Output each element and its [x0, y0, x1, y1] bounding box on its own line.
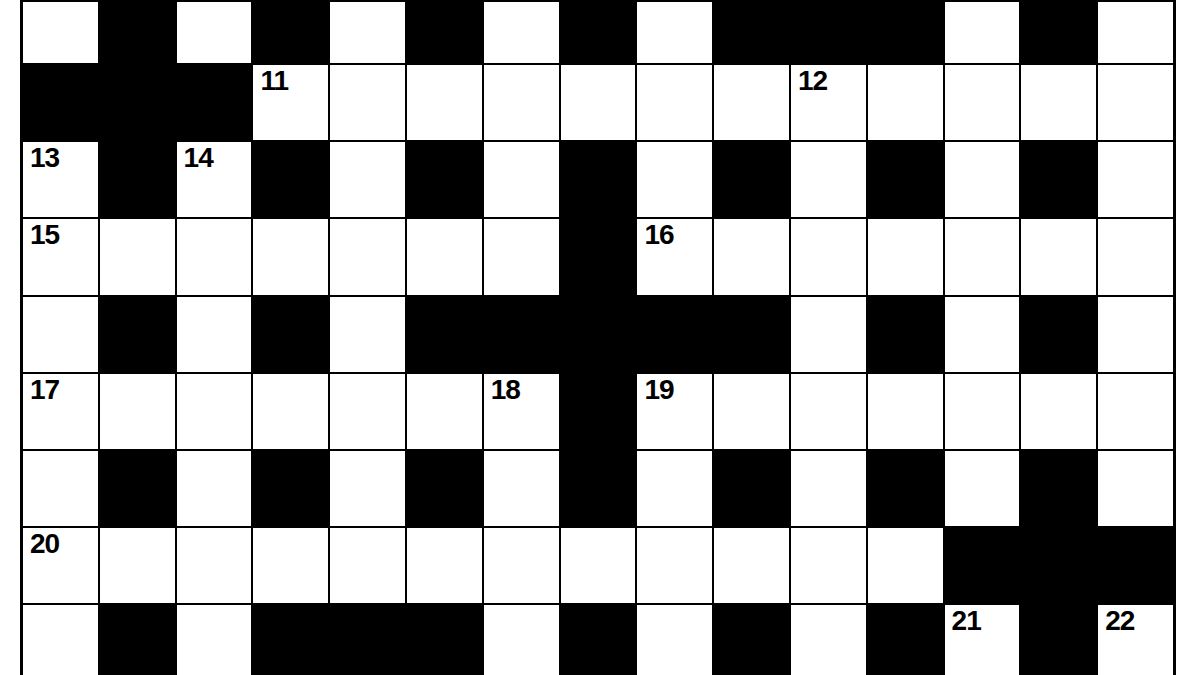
cell-r9c13[interactable]: 21 — [945, 605, 1020, 675]
cell-r9c11[interactable] — [791, 605, 866, 675]
cell-r2c8[interactable] — [561, 65, 636, 140]
cell-r4c7[interactable] — [484, 219, 559, 294]
cell-r7c9[interactable] — [637, 451, 712, 526]
clue-number-19: 19 — [644, 376, 673, 404]
black-cell-r1c8 — [561, 2, 636, 63]
black-cell-r9c10 — [714, 605, 789, 675]
black-cell-r2c2 — [100, 65, 175, 140]
black-cell-r5c9 — [637, 297, 712, 372]
page: 111213141516171819202122 — [0, 0, 1200, 675]
cell-r7c15[interactable] — [1098, 451, 1173, 526]
cell-r2c13[interactable] — [945, 65, 1020, 140]
cell-r9c15[interactable]: 22 — [1098, 605, 1173, 675]
black-cell-r7c4 — [253, 451, 328, 526]
black-cell-r1c11 — [791, 2, 866, 63]
black-cell-r2c1 — [23, 65, 98, 140]
black-cell-r1c10 — [714, 2, 789, 63]
cell-r4c4[interactable] — [253, 219, 328, 294]
black-cell-r9c8 — [561, 605, 636, 675]
cell-r7c5[interactable] — [330, 451, 405, 526]
cell-r7c11[interactable] — [791, 451, 866, 526]
cell-r6c3[interactable] — [177, 374, 252, 449]
black-cell-r6c8 — [561, 374, 636, 449]
cell-r6c6[interactable] — [407, 374, 482, 449]
cell-r6c12[interactable] — [868, 374, 943, 449]
cell-r6c5[interactable] — [330, 374, 405, 449]
cell-r1c15[interactable] — [1098, 2, 1173, 63]
cell-r1c7[interactable] — [484, 2, 559, 63]
cell-r8c2[interactable] — [100, 528, 175, 603]
clue-number-18: 18 — [491, 376, 520, 404]
black-cell-r9c4 — [253, 605, 328, 675]
black-cell-r5c4 — [253, 297, 328, 372]
black-cell-r1c14 — [1021, 2, 1096, 63]
black-cell-r8c15 — [1098, 528, 1173, 603]
black-cell-r1c6 — [407, 2, 482, 63]
cell-r2c12[interactable] — [868, 65, 943, 140]
black-cell-r5c2 — [100, 297, 175, 372]
cell-r2c6[interactable] — [407, 65, 482, 140]
cell-r8c3[interactable] — [177, 528, 252, 603]
black-cell-r1c2 — [100, 2, 175, 63]
cell-r9c3[interactable] — [177, 605, 252, 675]
black-cell-r7c6 — [407, 451, 482, 526]
cell-r6c4[interactable] — [253, 374, 328, 449]
black-cell-r7c2 — [100, 451, 175, 526]
cell-r4c2[interactable] — [100, 219, 175, 294]
cell-r3c5[interactable] — [330, 142, 405, 217]
crossword-grid: 111213141516171819202122 — [20, 0, 1176, 675]
cell-r8c11[interactable] — [791, 528, 866, 603]
black-cell-r5c7 — [484, 297, 559, 372]
cell-r2c15[interactable] — [1098, 65, 1173, 140]
cell-r4c14[interactable] — [1021, 219, 1096, 294]
cell-r9c1[interactable] — [23, 605, 98, 675]
cell-r8c8[interactable] — [561, 528, 636, 603]
cell-r2c9[interactable] — [637, 65, 712, 140]
black-cell-r7c14 — [1021, 451, 1096, 526]
cell-r5c3[interactable] — [177, 297, 252, 372]
cell-r2c7[interactable] — [484, 65, 559, 140]
cell-r2c11[interactable]: 12 — [791, 65, 866, 140]
black-cell-r5c8 — [561, 297, 636, 372]
black-cell-r3c10 — [714, 142, 789, 217]
cell-r5c5[interactable] — [330, 297, 405, 372]
clue-number-11: 11 — [260, 67, 288, 95]
cell-r4c6[interactable] — [407, 219, 482, 294]
black-cell-r8c13 — [945, 528, 1020, 603]
clue-number-15: 15 — [30, 221, 59, 249]
cell-r6c7[interactable]: 18 — [484, 374, 559, 449]
cell-r5c15[interactable] — [1098, 297, 1173, 372]
cell-r4c12[interactable] — [868, 219, 943, 294]
clue-number-17: 17 — [30, 376, 59, 404]
black-cell-r5c12 — [868, 297, 943, 372]
cell-r9c9[interactable] — [637, 605, 712, 675]
black-cell-r2c3 — [177, 65, 252, 140]
black-cell-r9c14 — [1021, 605, 1096, 675]
cell-r6c2[interactable] — [100, 374, 175, 449]
cell-r3c1[interactable]: 13 — [23, 142, 98, 217]
clue-number-16: 16 — [644, 221, 673, 249]
black-cell-r5c10 — [714, 297, 789, 372]
black-cell-r7c12 — [868, 451, 943, 526]
cell-r4c15[interactable] — [1098, 219, 1173, 294]
cell-r1c9[interactable] — [637, 2, 712, 63]
clue-number-14: 14 — [184, 144, 213, 172]
cell-r6c15[interactable] — [1098, 374, 1173, 449]
cell-r1c5[interactable] — [330, 2, 405, 63]
cell-r1c13[interactable] — [945, 2, 1020, 63]
cell-r8c7[interactable] — [484, 528, 559, 603]
cell-r6c1[interactable]: 17 — [23, 374, 98, 449]
cell-r7c3[interactable] — [177, 451, 252, 526]
cell-r3c15[interactable] — [1098, 142, 1173, 217]
cell-r4c1[interactable]: 15 — [23, 219, 98, 294]
cell-r8c9[interactable] — [637, 528, 712, 603]
cell-r6c11[interactable] — [791, 374, 866, 449]
clue-number-12: 12 — [798, 67, 827, 95]
cell-r4c11[interactable] — [791, 219, 866, 294]
black-cell-r3c6 — [407, 142, 482, 217]
cell-r2c14[interactable] — [1021, 65, 1096, 140]
cell-r6c10[interactable] — [714, 374, 789, 449]
black-cell-r3c4 — [253, 142, 328, 217]
cell-r8c6[interactable] — [407, 528, 482, 603]
cell-r2c10[interactable] — [714, 65, 789, 140]
black-cell-r3c2 — [100, 142, 175, 217]
cell-r8c10[interactable] — [714, 528, 789, 603]
cell-r7c1[interactable] — [23, 451, 98, 526]
black-cell-r8c14 — [1021, 528, 1096, 603]
cell-r3c9[interactable] — [637, 142, 712, 217]
black-cell-r5c14 — [1021, 297, 1096, 372]
cell-r5c11[interactable] — [791, 297, 866, 372]
cell-r8c12[interactable] — [868, 528, 943, 603]
cell-r3c7[interactable] — [484, 142, 559, 217]
black-cell-r1c4 — [253, 2, 328, 63]
black-cell-r9c5 — [330, 605, 405, 675]
cell-r8c5[interactable] — [330, 528, 405, 603]
black-cell-r3c8 — [561, 142, 636, 217]
cell-r8c4[interactable] — [253, 528, 328, 603]
cell-r4c3[interactable] — [177, 219, 252, 294]
cell-r3c11[interactable] — [791, 142, 866, 217]
cell-r5c13[interactable] — [945, 297, 1020, 372]
black-cell-r9c6 — [407, 605, 482, 675]
cell-r4c5[interactable] — [330, 219, 405, 294]
cell-r1c1[interactable] — [23, 2, 98, 63]
cell-r3c13[interactable] — [945, 142, 1020, 217]
cell-r2c5[interactable] — [330, 65, 405, 140]
black-cell-r7c10 — [714, 451, 789, 526]
black-cell-r1c12 — [868, 2, 943, 63]
black-cell-r4c8 — [561, 219, 636, 294]
cell-r3c3[interactable]: 14 — [177, 142, 252, 217]
black-cell-r3c14 — [1021, 142, 1096, 217]
cell-r4c10[interactable] — [714, 219, 789, 294]
cell-r5c1[interactable] — [23, 297, 98, 372]
black-cell-r9c2 — [100, 605, 175, 675]
cell-r4c13[interactable] — [945, 219, 1020, 294]
cell-r7c13[interactable] — [945, 451, 1020, 526]
black-cell-r5c6 — [407, 297, 482, 372]
cell-r6c13[interactable] — [945, 374, 1020, 449]
clue-number-22: 22 — [1105, 607, 1134, 635]
clue-number-21: 21 — [952, 607, 981, 635]
cell-r7c7[interactable] — [484, 451, 559, 526]
cell-r2c4[interactable]: 11 — [253, 65, 328, 140]
cell-r6c9[interactable]: 19 — [637, 374, 712, 449]
clue-number-20: 20 — [30, 530, 59, 558]
cell-r4c9[interactable]: 16 — [637, 219, 712, 294]
clue-number-13: 13 — [30, 144, 59, 172]
black-cell-r9c12 — [868, 605, 943, 675]
cell-r1c3[interactable] — [177, 2, 252, 63]
black-cell-r7c8 — [561, 451, 636, 526]
cell-r9c7[interactable] — [484, 605, 559, 675]
cell-r6c14[interactable] — [1021, 374, 1096, 449]
black-cell-r3c12 — [868, 142, 943, 217]
cell-r8c1[interactable]: 20 — [23, 528, 98, 603]
